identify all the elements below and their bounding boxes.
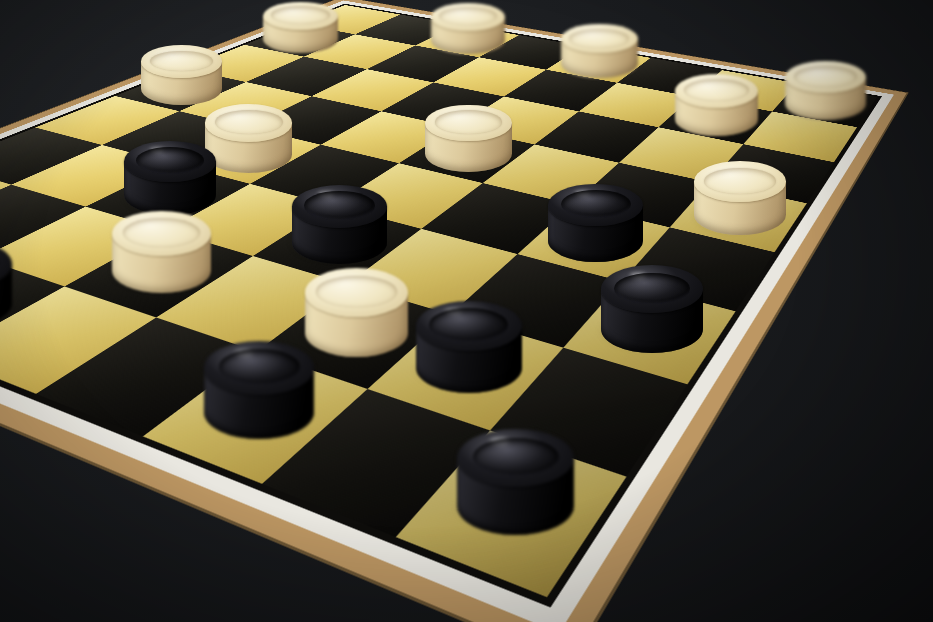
white-checker[interactable] xyxy=(305,268,408,357)
checker-top xyxy=(204,341,314,395)
white-checker[interactable] xyxy=(675,74,757,136)
checker-top xyxy=(431,3,506,31)
white-checker[interactable] xyxy=(785,61,866,121)
checker-top xyxy=(785,61,866,93)
white-checker[interactable] xyxy=(425,105,512,172)
scene xyxy=(0,0,933,622)
white-checker[interactable] xyxy=(205,104,292,172)
checker-top xyxy=(292,185,387,228)
checker-top xyxy=(305,268,408,317)
white-checker[interactable] xyxy=(694,161,786,235)
white-checker[interactable] xyxy=(112,211,210,294)
checker-top xyxy=(416,301,522,352)
white-checker[interactable] xyxy=(561,24,638,78)
black-checker[interactable] xyxy=(0,240,12,327)
white-checker[interactable] xyxy=(431,3,506,54)
black-checker[interactable] xyxy=(416,301,522,393)
black-checker[interactable] xyxy=(292,185,387,264)
pieces-layer xyxy=(0,0,933,622)
checker-top xyxy=(675,74,757,108)
black-checker[interactable] xyxy=(601,265,703,353)
white-checker[interactable] xyxy=(263,2,338,54)
checker-top xyxy=(141,45,222,77)
black-checker[interactable] xyxy=(457,429,574,535)
black-checker[interactable] xyxy=(204,341,314,438)
checker-top xyxy=(548,184,642,227)
white-checker[interactable] xyxy=(141,45,222,105)
checker-top xyxy=(124,141,215,181)
checker-top xyxy=(694,161,786,202)
checker-top xyxy=(112,211,210,256)
checker-top xyxy=(425,105,512,142)
checker-top xyxy=(205,104,292,141)
black-checker[interactable] xyxy=(548,184,642,262)
checker-top xyxy=(457,429,574,487)
checker-top xyxy=(263,2,338,30)
black-checker[interactable] xyxy=(124,141,215,215)
